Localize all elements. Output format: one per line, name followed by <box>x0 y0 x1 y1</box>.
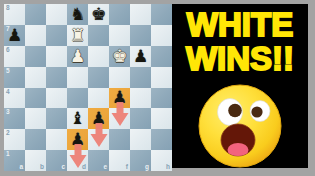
square-f1[interactable]: f <box>109 150 130 171</box>
rank-label-1: 1 <box>6 151 10 158</box>
square-b3[interactable] <box>25 108 46 129</box>
rank-label-3: 3 <box>6 109 10 116</box>
move-arrow-d2-d1 <box>69 144 87 168</box>
caption-line-1: WHITE <box>172 8 308 42</box>
white-pawn-d6-piece: ♟ <box>67 46 88 67</box>
square-e5[interactable] <box>88 67 109 88</box>
square-a4[interactable]: 4 <box>4 88 25 109</box>
file-label-h: h <box>166 164 170 171</box>
move-arrow-f4-f3 <box>111 102 129 126</box>
square-g1[interactable]: g <box>130 150 151 171</box>
square-f6[interactable]: ♚ <box>109 46 130 67</box>
square-h3[interactable] <box>151 108 172 129</box>
square-d4[interactable] <box>67 88 88 109</box>
square-f7[interactable] <box>109 25 130 46</box>
black-king-e8-piece: ♚ <box>88 4 109 25</box>
square-d6[interactable]: ♟ <box>67 46 88 67</box>
square-e8[interactable]: ♚ <box>88 4 109 25</box>
square-a1[interactable]: 1a <box>4 150 25 171</box>
square-g7[interactable] <box>130 25 151 46</box>
chess-board: 8♞♚7♟♜6♟♚♟54♟3♝♟2♟1abcdefgh <box>4 4 172 171</box>
square-d5[interactable] <box>67 67 88 88</box>
rank-label-5: 5 <box>6 68 10 75</box>
square-e4[interactable] <box>88 88 109 109</box>
file-label-b: b <box>40 164 44 171</box>
square-e7[interactable] <box>88 25 109 46</box>
square-c8[interactable] <box>46 4 67 25</box>
square-c4[interactable] <box>46 88 67 109</box>
square-f5[interactable] <box>109 67 130 88</box>
black-bishop-d3-piece: ♝ <box>67 108 88 129</box>
rank-label-2: 2 <box>6 130 10 137</box>
file-label-c: c <box>61 164 65 171</box>
rank-label-4: 4 <box>6 89 10 96</box>
square-h7[interactable] <box>151 25 172 46</box>
square-h8[interactable] <box>151 4 172 25</box>
square-d8[interactable]: ♞ <box>67 4 88 25</box>
square-a7[interactable]: 7♟ <box>4 25 25 46</box>
rank-label-8: 8 <box>6 5 10 12</box>
square-c5[interactable] <box>46 67 67 88</box>
square-g4[interactable] <box>130 88 151 109</box>
square-g5[interactable] <box>130 67 151 88</box>
square-a6[interactable]: 6 <box>4 46 25 67</box>
caption-text: WHITE WINS!! <box>172 8 308 76</box>
square-a5[interactable]: 5 <box>4 67 25 88</box>
square-h1[interactable]: h <box>151 150 172 171</box>
black-pawn-g6-piece: ♟ <box>130 46 151 67</box>
black-knight-d8-piece: ♞ <box>67 4 88 25</box>
square-b1[interactable]: b <box>25 150 46 171</box>
square-h2[interactable] <box>151 129 172 150</box>
square-a2[interactable]: 2 <box>4 129 25 150</box>
square-h5[interactable] <box>151 67 172 88</box>
square-d7[interactable]: ♜ <box>67 25 88 46</box>
file-label-a: a <box>19 164 23 171</box>
square-b8[interactable] <box>25 4 46 25</box>
square-f2[interactable] <box>109 129 130 150</box>
square-h4[interactable] <box>151 88 172 109</box>
square-c7[interactable] <box>46 25 67 46</box>
square-g2[interactable] <box>130 129 151 150</box>
shocked-emoji <box>198 84 282 168</box>
square-g3[interactable] <box>130 108 151 129</box>
square-a8[interactable]: 8 <box>4 4 25 25</box>
file-label-f: f <box>126 164 128 171</box>
file-label-g: g <box>145 164 149 171</box>
square-a3[interactable]: 3 <box>4 108 25 129</box>
square-h6[interactable] <box>151 46 172 67</box>
caption-panel: WHITE WINS!! <box>172 4 308 168</box>
square-b2[interactable] <box>25 129 46 150</box>
move-arrow-e3-e2 <box>90 123 108 147</box>
square-b6[interactable] <box>25 46 46 67</box>
square-c6[interactable] <box>46 46 67 67</box>
square-g8[interactable] <box>130 4 151 25</box>
emoji-left-pupil <box>228 104 242 118</box>
rank-label-6: 6 <box>6 47 10 54</box>
square-c1[interactable]: c <box>46 150 67 171</box>
file-label-e: e <box>103 164 107 171</box>
square-d3[interactable]: ♝ <box>67 108 88 129</box>
square-g6[interactable]: ♟ <box>130 46 151 67</box>
white-rook-d7-piece: ♜ <box>67 25 88 46</box>
white-king-f6-piece: ♚ <box>109 46 130 67</box>
square-c2[interactable] <box>46 129 67 150</box>
square-c3[interactable] <box>46 108 67 129</box>
square-e6[interactable] <box>88 46 109 67</box>
square-b7[interactable] <box>25 25 46 46</box>
square-b5[interactable] <box>25 67 46 88</box>
caption-line-2: WINS!! <box>172 42 308 76</box>
square-e1[interactable]: e <box>88 150 109 171</box>
black-pawn-a7-piece: ♟ <box>4 25 25 46</box>
emoji-right-pupil <box>251 106 262 117</box>
square-f8[interactable] <box>109 4 130 25</box>
square-b4[interactable] <box>25 88 46 109</box>
